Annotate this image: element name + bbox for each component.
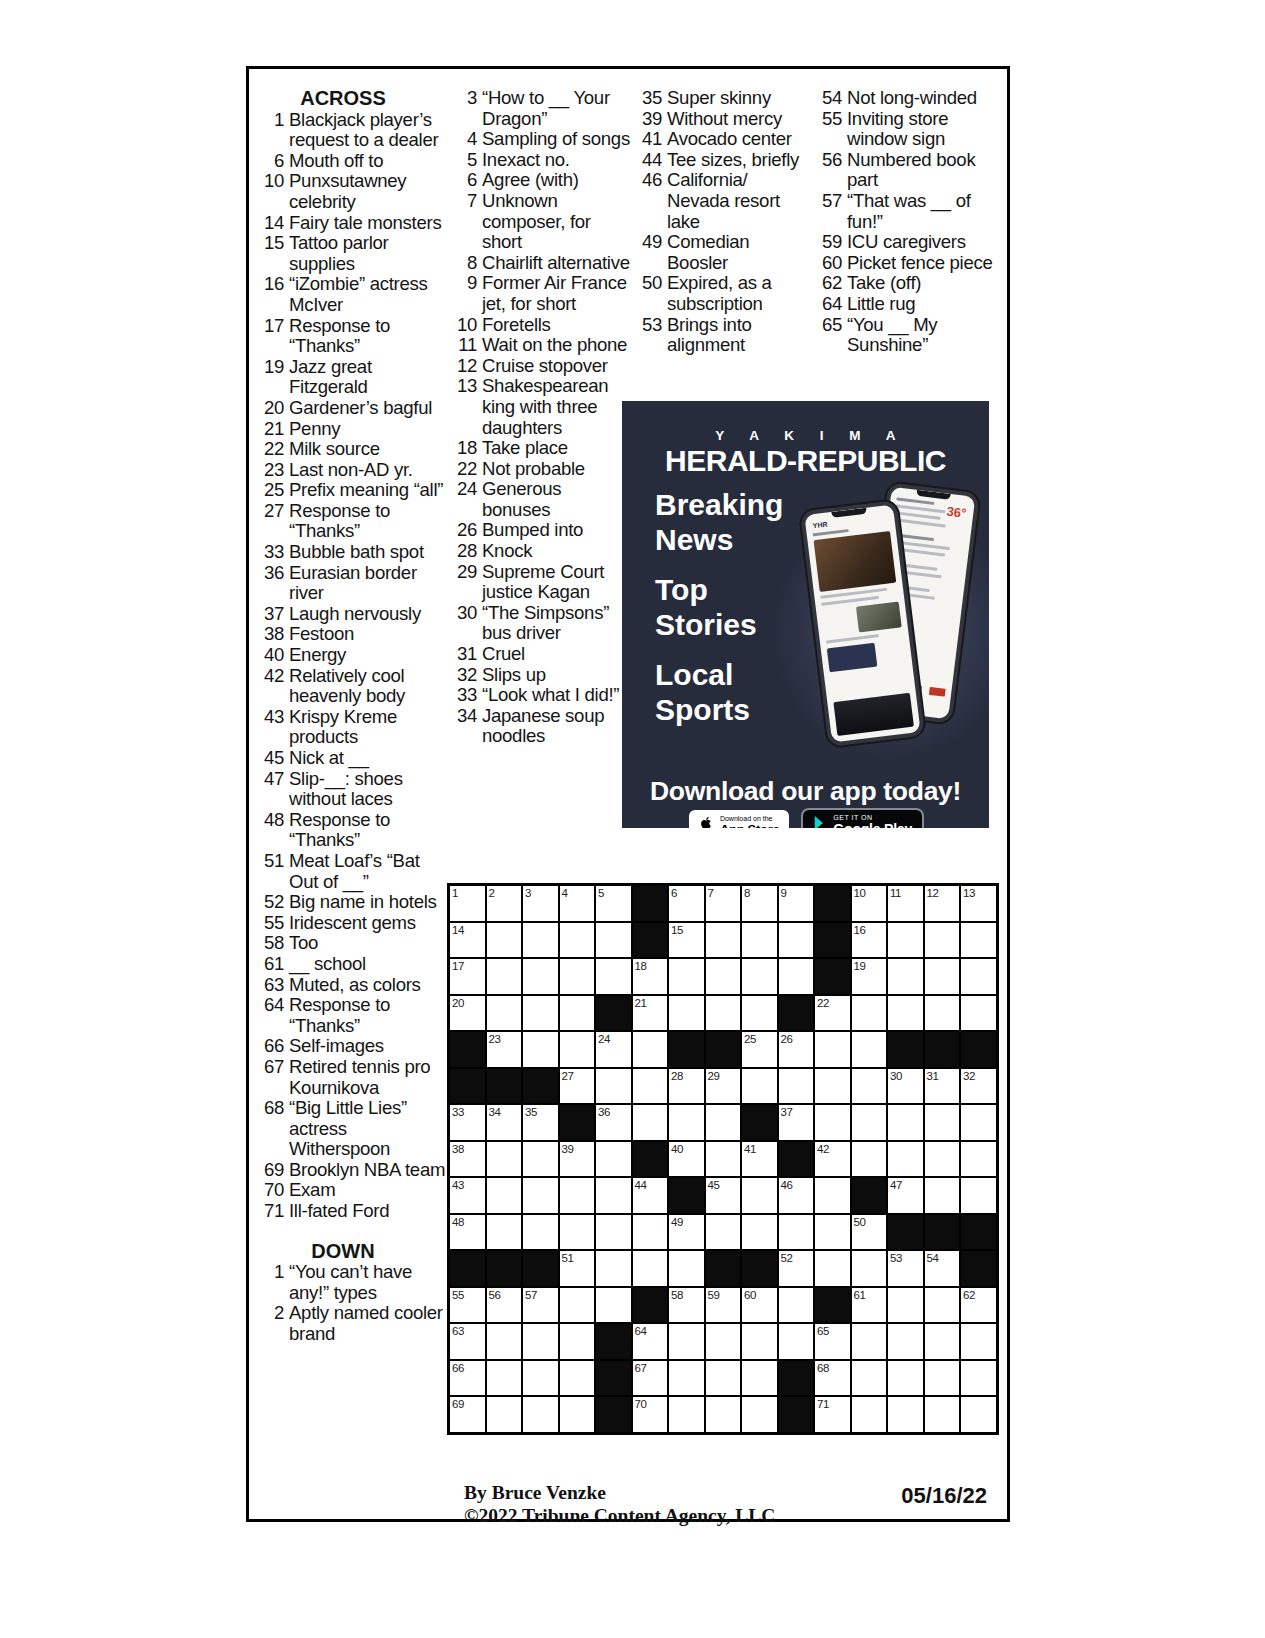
grid-cell-r13c11[interactable]: 65 <box>815 1324 850 1359</box>
down-clue-18: 18Take place <box>449 438 631 459</box>
grid-cell-r9c6[interactable]: 44 <box>633 1178 668 1213</box>
clue-number: 29 <box>449 562 482 603</box>
grid-cell-r5c9[interactable]: 25 <box>742 1032 777 1067</box>
grid-cell-r3c14[interactable] <box>925 959 960 994</box>
down-clues-list-2: 3“How to __ Your Dragon”4Sampling of son… <box>449 88 631 747</box>
grid-cell-r13c12[interactable] <box>852 1324 887 1359</box>
grid-cell-r2c5[interactable] <box>596 923 631 958</box>
across-clue-67: 67Retired tennis pro Kournikova <box>256 1057 448 1098</box>
grid-cell-r8c13[interactable] <box>888 1142 923 1177</box>
grid-cell-r10c3[interactable] <box>523 1215 558 1250</box>
grid-cell-r12c3[interactable]: 57 <box>523 1288 558 1323</box>
grid-cell-r14c4[interactable] <box>560 1361 595 1396</box>
grid-cell-r11c14[interactable]: 54 <box>925 1251 960 1286</box>
grid-cell-r4c12[interactable] <box>852 996 887 1031</box>
cell-number-28: 28 <box>671 1070 683 1082</box>
grid-cell-r2c10[interactable] <box>779 923 814 958</box>
grid-cell-r11c5[interactable] <box>596 1251 631 1286</box>
grid-cell-r15c14[interactable] <box>925 1397 960 1432</box>
grid-cell-r4c8[interactable] <box>706 996 741 1031</box>
grid-cell-r15c8[interactable] <box>706 1397 741 1432</box>
grid-cell-r9c2[interactable] <box>487 1178 522 1213</box>
grid-cell-r6c5[interactable] <box>596 1069 631 1104</box>
grid-cell-r10c1[interactable]: 48 <box>450 1215 485 1250</box>
grid-cell-r8c11[interactable]: 42 <box>815 1142 850 1177</box>
clue-number: 13 <box>449 376 482 438</box>
grid-cell-r12c7[interactable]: 58 <box>669 1288 704 1323</box>
grid-cell-r2c14[interactable] <box>925 923 960 958</box>
grid-cell-r3c7[interactable] <box>669 959 704 994</box>
grid-cell-r12c8[interactable]: 59 <box>706 1288 741 1323</box>
grid-cell-r12c2[interactable]: 56 <box>487 1288 522 1323</box>
clue-text: Jazz great Fitzgerald <box>289 357 448 398</box>
clue-number: 9 <box>449 273 482 314</box>
grid-cell-r12c5[interactable] <box>596 1288 631 1323</box>
grid-cell-r11c10[interactable]: 52 <box>779 1251 814 1286</box>
clue-number: 31 <box>449 644 482 665</box>
grid-cell-r1c13[interactable]: 11 <box>888 886 923 921</box>
crossword-grid: 1234567891011121314151617181920212223242… <box>447 883 999 1435</box>
clue-number: 28 <box>449 541 482 562</box>
grid-cell-r15c6[interactable]: 70 <box>633 1397 668 1432</box>
grid-cell-r1c12[interactable]: 10 <box>852 886 887 921</box>
grid-cell-r15c13[interactable] <box>888 1397 923 1432</box>
cell-number-41: 41 <box>744 1143 756 1155</box>
grid-cell-r12c9[interactable]: 60 <box>742 1288 777 1323</box>
grid-cell-r1c4[interactable]: 4 <box>560 886 595 921</box>
grid-cell-r7c6[interactable] <box>633 1105 668 1140</box>
grid-cell-r15c15[interactable] <box>961 1397 996 1432</box>
grid-cell-r12c13[interactable] <box>888 1288 923 1323</box>
grid-cell-r12c15[interactable]: 62 <box>961 1288 996 1323</box>
clue-text: Mouth off to <box>289 151 448 172</box>
clue-text: “You can’t have any!” types <box>289 1262 448 1303</box>
down-clue-50: 50Expired, as a subscription <box>634 273 812 314</box>
grid-cell-r8c4[interactable]: 39 <box>560 1142 595 1177</box>
clue-text: Energy <box>289 645 448 666</box>
grid-cell-r6c14[interactable]: 31 <box>925 1069 960 1104</box>
grid-cell-r4c3[interactable] <box>523 996 558 1031</box>
grid-cell-r10c11[interactable] <box>815 1215 850 1250</box>
cell-number-5: 5 <box>598 887 604 899</box>
grid-cell-r1c8[interactable]: 7 <box>706 886 741 921</box>
grid-cell-r13c3[interactable] <box>523 1324 558 1359</box>
clue-text: Prefix meaning “all” <box>289 480 448 501</box>
cell-number-55: 55 <box>452 1289 464 1301</box>
clue-text: Expired, as a subscription <box>667 273 812 314</box>
grid-cell-r4c1[interactable]: 20 <box>450 996 485 1031</box>
grid-cell-r8c15[interactable] <box>961 1142 996 1177</box>
grid-cell-r1c10[interactable]: 9 <box>779 886 814 921</box>
down-clue-35: 35Super skinny <box>634 88 812 109</box>
down-header: DOWN <box>256 1241 430 1262</box>
clue-text: Iridescent gems <box>289 913 448 934</box>
grid-cell-r1c5[interactable]: 5 <box>596 886 631 921</box>
clue-text: Retired tennis pro Kournikova <box>289 1057 448 1098</box>
clue-number: 48 <box>256 810 289 851</box>
cell-number-8: 8 <box>744 887 750 899</box>
clue-number: 36 <box>256 563 289 604</box>
grid-cell-r13c2[interactable] <box>487 1324 522 1359</box>
cell-number-26: 26 <box>781 1033 793 1045</box>
across-clue-70: 70Exam <box>256 1180 448 1201</box>
down-clue-55: 55Inviting store window sign <box>814 109 994 150</box>
grid-cell-r10c10[interactable] <box>779 1215 814 1250</box>
across-clue-55: 55Iridescent gems <box>256 913 448 934</box>
grid-cell-r4c9[interactable] <box>742 996 777 1031</box>
grid-cell-r9c13[interactable]: 47 <box>888 1178 923 1213</box>
clue-text: Sampling of songs <box>482 129 631 150</box>
clue-text: Agree (with) <box>482 170 631 191</box>
grid-cell-r7c2[interactable]: 34 <box>487 1105 522 1140</box>
grid-cell-r14c13[interactable] <box>888 1361 923 1396</box>
clue-number: 69 <box>256 1160 289 1181</box>
grid-cell-r3c9[interactable] <box>742 959 777 994</box>
grid-cell-r14c1[interactable]: 66 <box>450 1361 485 1396</box>
grid-cell-r7c15[interactable] <box>961 1105 996 1140</box>
clue-text: “How to __ Your Dragon” <box>482 88 631 129</box>
grid-cell-r6c10[interactable] <box>779 1069 814 1104</box>
grid-cell-r9c14[interactable] <box>925 1178 960 1213</box>
grid-cell-r14c9[interactable] <box>742 1361 777 1396</box>
grid-cell-r9c4[interactable] <box>560 1178 595 1213</box>
grid-cell-r13c9[interactable] <box>742 1324 777 1359</box>
cell-number-13: 13 <box>963 887 975 899</box>
grid-cell-r2c7[interactable]: 15 <box>669 923 704 958</box>
grid-cell-r14c2[interactable] <box>487 1361 522 1396</box>
grid-cell-r1c9[interactable]: 8 <box>742 886 777 921</box>
grid-cell-r14c11[interactable]: 68 <box>815 1361 850 1396</box>
cell-number-23: 23 <box>489 1033 501 1045</box>
cell-number-67: 67 <box>635 1362 647 1374</box>
cell-number-22: 22 <box>817 997 829 1009</box>
clue-text: Punxsutawney celebrity <box>289 171 448 212</box>
grid-cell-r2c12[interactable]: 16 <box>852 923 887 958</box>
clue-number: 10 <box>256 171 289 212</box>
clue-number: 20 <box>256 398 289 419</box>
clue-text: Milk source <box>289 439 448 460</box>
grid-cell-r13c8[interactable] <box>706 1324 741 1359</box>
grid-cell-r11c4[interactable]: 51 <box>560 1251 595 1286</box>
grid-cell-r6c12[interactable] <box>852 1069 887 1104</box>
grid-cell-r3c5[interactable] <box>596 959 631 994</box>
down-clue-54: 54Not long-winded <box>814 88 994 109</box>
grid-cell-r7c12[interactable] <box>852 1105 887 1140</box>
down-clue-30: 30“The Simpsons” bus driver <box>449 603 631 644</box>
grid-cell-r8c3[interactable] <box>523 1142 558 1177</box>
across-clue-42: 42Relatively cool heavenly body <box>256 666 448 707</box>
grid-cell-r9c3[interactable] <box>523 1178 558 1213</box>
grid-cell-r13c14[interactable] <box>925 1324 960 1359</box>
grid-cell-r14c8[interactable] <box>706 1361 741 1396</box>
clue-text: ICU caregivers <box>847 232 994 253</box>
grid-cell-r6c7[interactable]: 28 <box>669 1069 704 1104</box>
grid-cell-r14c15[interactable] <box>961 1361 996 1396</box>
grid-cell-r6c4[interactable]: 27 <box>560 1069 595 1104</box>
grid-cell-r3c13[interactable] <box>888 959 923 994</box>
down-clue-53: 53Brings into alignment <box>634 315 812 356</box>
clue-text: Comedian Boosler <box>667 232 812 273</box>
grid-cell-r3c4[interactable] <box>560 959 595 994</box>
grid-cell-r15c11[interactable]: 71 <box>815 1397 850 1432</box>
clue-number: 55 <box>814 109 847 150</box>
grid-cell-r7c1[interactable]: 33 <box>450 1105 485 1140</box>
black-cell-r5c7 <box>669 1032 704 1067</box>
clue-text: Tee sizes, briefly <box>667 150 812 171</box>
down-clue-29: 29Supreme Court justice Kagan <box>449 562 631 603</box>
grid-cell-r15c12[interactable] <box>852 1397 887 1432</box>
clue-number: 32 <box>449 665 482 686</box>
black-cell-r5c1 <box>450 1032 485 1067</box>
down-clue-49: 49Comedian Boosler <box>634 232 812 273</box>
grid-cell-r5c6[interactable] <box>633 1032 668 1067</box>
grid-cell-r8c8[interactable] <box>706 1142 741 1177</box>
across-clue-14: 14Fairy tale monsters <box>256 213 448 234</box>
grid-cell-r6c9[interactable] <box>742 1069 777 1104</box>
clue-text: Not long-winded <box>847 88 994 109</box>
grid-cell-r7c5[interactable]: 36 <box>596 1105 631 1140</box>
cell-number-14: 14 <box>452 924 464 936</box>
grid-cell-r8c12[interactable] <box>852 1142 887 1177</box>
grid-cell-r5c3[interactable] <box>523 1032 558 1067</box>
grid-cell-r1c14[interactable]: 12 <box>925 886 960 921</box>
clue-text: Blackjack player’s request to a dealer <box>289 110 448 151</box>
down-clue-8: 8Chairlift alternative <box>449 253 631 274</box>
grid-cell-r11c11[interactable] <box>815 1251 850 1286</box>
app-store-badge-line2: App Store <box>720 823 779 829</box>
grid-cell-r4c6[interactable]: 21 <box>633 996 668 1031</box>
grid-cell-r3c6[interactable]: 18 <box>633 959 668 994</box>
black-cell-r5c14 <box>925 1032 960 1067</box>
grid-cell-r8c1[interactable]: 38 <box>450 1142 485 1177</box>
grid-cell-r9c5[interactable] <box>596 1178 631 1213</box>
grid-cell-r5c5[interactable]: 24 <box>596 1032 631 1067</box>
grid-cell-r2c1[interactable]: 14 <box>450 923 485 958</box>
clue-text: “The Simpsons” bus driver <box>482 603 631 644</box>
cell-number-16: 16 <box>854 924 866 936</box>
grid-cell-r10c5[interactable] <box>596 1215 631 1250</box>
grid-cell-r3c1[interactable]: 17 <box>450 959 485 994</box>
grid-cell-r11c6[interactable] <box>633 1251 668 1286</box>
cell-number-36: 36 <box>598 1106 610 1118</box>
grid-cell-r9c11[interactable] <box>815 1178 850 1213</box>
grid-cell-r13c13[interactable] <box>888 1324 923 1359</box>
grid-cell-r2c3[interactable] <box>523 923 558 958</box>
grid-cell-r14c3[interactable] <box>523 1361 558 1396</box>
ad-brand-yakima: Y A K I M A <box>622 428 989 443</box>
app-store-badge[interactable]: Download on the App Store <box>689 810 789 828</box>
grid-cell-r4c4[interactable] <box>560 996 595 1031</box>
grid-cell-r6c15[interactable]: 32 <box>961 1069 996 1104</box>
grid-cell-r10c8[interactable] <box>706 1215 741 1250</box>
grid-cell-r13c4[interactable] <box>560 1324 595 1359</box>
cell-number-1: 1 <box>452 887 458 899</box>
clue-number: 62 <box>814 273 847 294</box>
black-cell-r12c6 <box>633 1288 668 1323</box>
grid-cell-r14c12[interactable] <box>852 1361 887 1396</box>
grid-cell-r15c9[interactable] <box>742 1397 777 1432</box>
grid-cell-r5c4[interactable] <box>560 1032 595 1067</box>
grid-cell-r14c6[interactable]: 67 <box>633 1361 668 1396</box>
grid-cell-r2c8[interactable] <box>706 923 741 958</box>
grid-cell-r3c10[interactable] <box>779 959 814 994</box>
grid-cell-r12c14[interactable] <box>925 1288 960 1323</box>
grid-cell-r4c11[interactable]: 22 <box>815 996 850 1031</box>
grid-cell-r8c5[interactable] <box>596 1142 631 1177</box>
grid-cell-r3c2[interactable] <box>487 959 522 994</box>
grid-cell-r9c1[interactable]: 43 <box>450 1178 485 1213</box>
grid-cell-r6c6[interactable] <box>633 1069 668 1104</box>
down-clue-1: 1“You can’t have any!” types <box>256 1262 448 1303</box>
grid-cell-r8c14[interactable] <box>925 1142 960 1177</box>
grid-cell-r2c4[interactable] <box>560 923 595 958</box>
grid-cell-r8c2[interactable] <box>487 1142 522 1177</box>
google-play-badge[interactable]: GET IT ON Google Play <box>803 810 922 828</box>
grid-cell-r7c7[interactable] <box>669 1105 704 1140</box>
grid-cell-r14c7[interactable] <box>669 1361 704 1396</box>
across-clue-45: 45Nick at __ <box>256 748 448 769</box>
grid-cell-r7c11[interactable] <box>815 1105 850 1140</box>
grid-cell-r4c14[interactable] <box>925 996 960 1031</box>
grid-cell-r13c10[interactable] <box>779 1324 814 1359</box>
grid-cell-r6c11[interactable] <box>815 1069 850 1104</box>
grid-cell-r8c7[interactable]: 40 <box>669 1142 704 1177</box>
clue-text: Super skinny <box>667 88 812 109</box>
grid-cell-r2c9[interactable] <box>742 923 777 958</box>
grid-cell-r11c12[interactable] <box>852 1251 887 1286</box>
down-clue-7: 7Unknown composer, for short <box>449 191 631 253</box>
cell-number-38: 38 <box>452 1143 464 1155</box>
clue-text: Inexact no. <box>482 150 631 171</box>
grid-cell-r3c15[interactable] <box>961 959 996 994</box>
grid-cell-r4c13[interactable] <box>888 996 923 1031</box>
clue-text: Cruel <box>482 644 631 665</box>
grid-cell-r10c6[interactable] <box>633 1215 668 1250</box>
grid-cell-r7c8[interactable] <box>706 1105 741 1140</box>
grid-cell-r13c7[interactable] <box>669 1324 704 1359</box>
grid-cell-r15c2[interactable] <box>487 1397 522 1432</box>
grid-cell-r12c4[interactable] <box>560 1288 595 1323</box>
clue-number: 6 <box>449 170 482 191</box>
grid-cell-r5c10[interactable]: 26 <box>779 1032 814 1067</box>
grid-cell-r4c15[interactable] <box>961 996 996 1031</box>
grid-cell-r3c12[interactable]: 19 <box>852 959 887 994</box>
grid-cell-r12c12[interactable]: 61 <box>852 1288 887 1323</box>
grid-cell-r4c2[interactable] <box>487 996 522 1031</box>
grid-cell-r5c2[interactable]: 23 <box>487 1032 522 1067</box>
grid-cell-r7c3[interactable]: 35 <box>523 1105 558 1140</box>
grid-cell-r1c3[interactable]: 3 <box>523 886 558 921</box>
across-clue-58: 58Too <box>256 933 448 954</box>
cell-number-60: 60 <box>744 1289 756 1301</box>
grid-cell-r7c10[interactable]: 37 <box>779 1105 814 1140</box>
grid-cell-r15c1[interactable]: 69 <box>450 1397 485 1432</box>
grid-cell-r7c14[interactable] <box>925 1105 960 1140</box>
across-clue-61: 61__ school <box>256 954 448 975</box>
grid-cell-r15c4[interactable] <box>560 1397 595 1432</box>
grid-cell-r3c8[interactable] <box>706 959 741 994</box>
clue-number: 18 <box>449 438 482 459</box>
grid-cell-r1c7[interactable]: 6 <box>669 886 704 921</box>
grid-cell-r4c7[interactable] <box>669 996 704 1031</box>
grid-cell-r11c13[interactable]: 53 <box>888 1251 923 1286</box>
cell-number-70: 70 <box>635 1398 647 1410</box>
grid-cell-r13c15[interactable] <box>961 1324 996 1359</box>
grid-cell-r9c15[interactable] <box>961 1178 996 1213</box>
grid-cell-r2c2[interactable] <box>487 923 522 958</box>
cell-number-68: 68 <box>817 1362 829 1374</box>
clue-text: “That was __ of fun!” <box>847 191 994 232</box>
grid-cell-r2c15[interactable] <box>961 923 996 958</box>
cell-number-7: 7 <box>708 887 714 899</box>
grid-cell-r7c13[interactable] <box>888 1105 923 1140</box>
grid-cell-r10c7[interactable]: 49 <box>669 1215 704 1250</box>
grid-cell-r5c11[interactable] <box>815 1032 850 1067</box>
clue-number: 19 <box>256 357 289 398</box>
grid-cell-r6c13[interactable]: 30 <box>888 1069 923 1104</box>
clue-text: Krispy Kreme products <box>289 707 448 748</box>
grid-cell-r12c1[interactable]: 55 <box>450 1288 485 1323</box>
grid-cell-r13c6[interactable]: 64 <box>633 1324 668 1359</box>
grid-cell-r10c2[interactable] <box>487 1215 522 1250</box>
grid-cell-r10c4[interactable] <box>560 1215 595 1250</box>
grid-cell-r6c8[interactable]: 29 <box>706 1069 741 1104</box>
grid-cell-r9c9[interactable] <box>742 1178 777 1213</box>
grid-cell-r10c9[interactable] <box>742 1215 777 1250</box>
grid-cell-r13c1[interactable]: 63 <box>450 1324 485 1359</box>
across-header: ACROSS <box>256 88 430 109</box>
down-clue-31: 31Cruel <box>449 644 631 665</box>
across-clue-66: 66Self-images <box>256 1036 448 1057</box>
clue-text: Tattoo parlor supplies <box>289 233 448 274</box>
clue-number: 37 <box>256 604 289 625</box>
across-clue-33: 33Bubble bath spot <box>256 542 448 563</box>
clue-text: Laugh nervously <box>289 604 448 625</box>
across-clue-21: 21Penny <box>256 419 448 440</box>
grid-cell-r2c13[interactable] <box>888 923 923 958</box>
grid-cell-r8c9[interactable]: 41 <box>742 1142 777 1177</box>
across-clue-19: 19Jazz great Fitzgerald <box>256 357 448 398</box>
clue-text: “iZombie” actress McIver <box>289 274 448 315</box>
grid-cell-r14c14[interactable] <box>925 1361 960 1396</box>
grid-cell-r11c7[interactable] <box>669 1251 704 1286</box>
clue-number: 5 <box>449 150 482 171</box>
down-clue-4: 4Sampling of songs <box>449 129 631 150</box>
grid-cell-r5c12[interactable] <box>852 1032 887 1067</box>
clue-number: 68 <box>256 1098 289 1160</box>
grid-cell-r15c3[interactable] <box>523 1397 558 1432</box>
cell-number-52: 52 <box>781 1252 793 1264</box>
clue-number: 34 <box>449 706 482 747</box>
grid-cell-r10c12[interactable]: 50 <box>852 1215 887 1250</box>
grid-cell-r15c7[interactable] <box>669 1397 704 1432</box>
grid-cell-r1c1[interactable]: 1 <box>450 886 485 921</box>
clue-number: 1 <box>256 1262 289 1303</box>
clue-text: Unknown composer, for short <box>482 191 631 253</box>
clue-number: 71 <box>256 1201 289 1222</box>
grid-cell-r1c15[interactable]: 13 <box>961 886 996 921</box>
black-cell-r9c12 <box>852 1178 887 1213</box>
grid-cell-r3c3[interactable] <box>523 959 558 994</box>
clue-number: 22 <box>256 439 289 460</box>
grid-cell-r12c10[interactable] <box>779 1288 814 1323</box>
cell-number-66: 66 <box>452 1362 464 1374</box>
grid-cell-r9c10[interactable]: 46 <box>779 1178 814 1213</box>
grid-cell-r9c8[interactable]: 45 <box>706 1178 741 1213</box>
clue-number: 11 <box>449 335 482 356</box>
across-clue-1: 1Blackjack player’s request to a dealer <box>256 110 448 151</box>
grid-cell-r1c2[interactable]: 2 <box>487 886 522 921</box>
